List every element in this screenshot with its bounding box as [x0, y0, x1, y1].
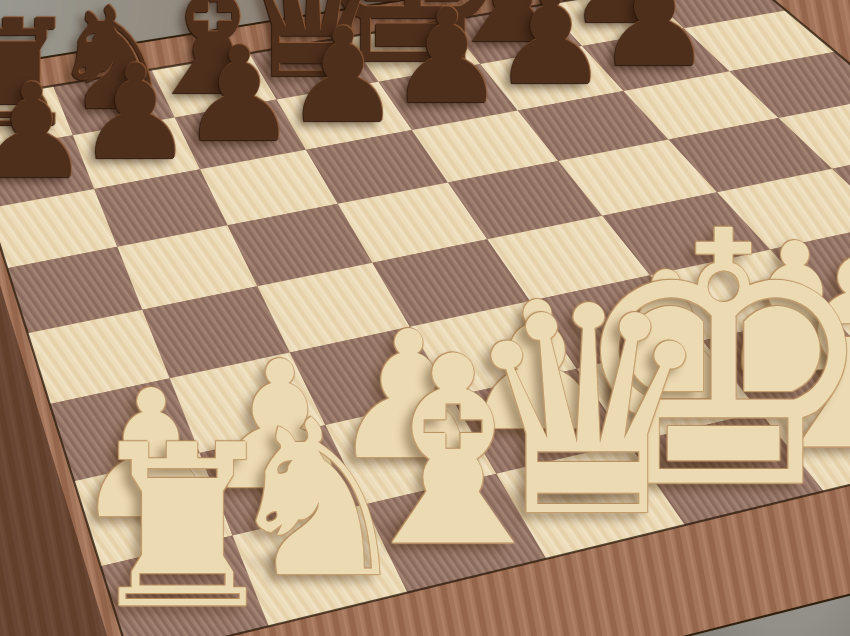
black-pawn-c7[interactable]: ♟ — [180, 29, 298, 160]
black-pawn-d7[interactable]: ♟ — [284, 10, 402, 141]
black-pawn-a7[interactable]: ♟ — [0, 66, 90, 197]
black-pawn-e7[interactable]: ♟ — [388, 0, 506, 122]
black-pawn-g7[interactable]: ♟ — [596, 0, 714, 85]
chess-photo-scene: ♞♝♚♟♛♟♝♟♞♟♜♟♟♟♟♟♟♝♟♚♟♛♟♝♞♜ — [0, 0, 850, 636]
black-pawn-f7[interactable]: ♟ — [492, 0, 610, 104]
white-rook-a1[interactable]: ♜ — [82, 416, 283, 636]
black-pawn-b7[interactable]: ♟ — [76, 47, 194, 178]
